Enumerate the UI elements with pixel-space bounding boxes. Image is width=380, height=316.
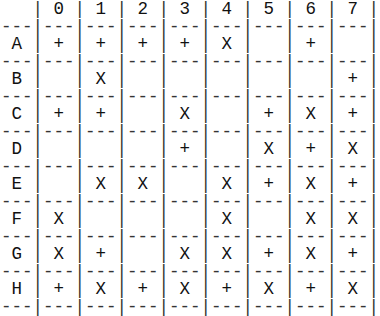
grid-cell: + bbox=[43, 36, 75, 54]
grid-bar: | bbox=[159, 141, 170, 159]
grid-bar: | bbox=[327, 36, 338, 54]
grid-bar: | bbox=[75, 176, 86, 194]
grid-bar: | bbox=[327, 176, 338, 194]
grid-cell: + bbox=[253, 246, 285, 264]
grid-bar: | bbox=[369, 176, 380, 194]
grid-bar: | bbox=[285, 106, 296, 124]
grid-cell: X bbox=[295, 211, 327, 229]
separator-dash: --- bbox=[127, 54, 159, 72]
grid-cell: + bbox=[253, 106, 285, 124]
separator-dash: --- bbox=[1, 299, 33, 316]
grid-bar: | bbox=[327, 141, 338, 159]
separator-dash: --- bbox=[253, 299, 285, 316]
separator-dash: --- bbox=[85, 299, 117, 316]
grid-cell: X bbox=[169, 246, 201, 264]
grid-cell bbox=[127, 141, 159, 159]
grid-cell bbox=[211, 141, 243, 159]
column-header: 6 bbox=[295, 1, 327, 19]
grid-bar: | bbox=[243, 246, 254, 264]
grid-cell: X bbox=[43, 246, 75, 264]
grid-bar: | bbox=[75, 211, 86, 229]
grid-cell: + bbox=[85, 36, 117, 54]
separator-dash: --- bbox=[337, 299, 369, 316]
row-line: E||X|X||X|+|X|+| bbox=[1, 176, 380, 194]
grid-cell: X bbox=[211, 246, 243, 264]
grid-cell bbox=[337, 36, 369, 54]
grid-bar: | bbox=[243, 299, 254, 316]
grid-bar: | bbox=[243, 211, 254, 229]
grid-bar: | bbox=[33, 141, 44, 159]
row-line: C|+|+||X||+|X|+| bbox=[1, 106, 380, 124]
grid-bar: | bbox=[285, 176, 296, 194]
grid-bar: | bbox=[117, 176, 128, 194]
separator-dash: --- bbox=[295, 299, 327, 316]
separator-line: ---|---|---|---|---|---|---|---|---| bbox=[1, 54, 380, 72]
grid-bar: | bbox=[117, 211, 128, 229]
grid-cell bbox=[169, 211, 201, 229]
grid-cell: + bbox=[337, 71, 369, 89]
grid-cell: X bbox=[43, 211, 75, 229]
grid-cell: X bbox=[169, 106, 201, 124]
grid-bar: | bbox=[243, 106, 254, 124]
separator-dash: --- bbox=[43, 54, 75, 72]
grid-cell: X bbox=[295, 246, 327, 264]
grid-cell: + bbox=[337, 176, 369, 194]
grid-cell: X bbox=[85, 281, 117, 299]
grid-bar: | bbox=[285, 1, 296, 19]
grid-bar: | bbox=[327, 246, 338, 264]
column-header: 3 bbox=[169, 1, 201, 19]
grid-bar: | bbox=[75, 246, 86, 264]
grid-cell: + bbox=[295, 36, 327, 54]
separator-dash: --- bbox=[127, 299, 159, 316]
grid-bar: | bbox=[243, 141, 254, 159]
grid-cell: + bbox=[43, 106, 75, 124]
grid-cell: X bbox=[211, 211, 243, 229]
grid-bar: | bbox=[33, 1, 44, 19]
grid-bar: | bbox=[369, 71, 380, 89]
separator-dash: --- bbox=[169, 159, 201, 177]
separator-dash: --- bbox=[127, 124, 159, 142]
grid-bar: | bbox=[33, 106, 44, 124]
grid-bar: | bbox=[285, 36, 296, 54]
grid-cell bbox=[43, 71, 75, 89]
row-header: A bbox=[1, 36, 33, 54]
separator-dash: --- bbox=[85, 124, 117, 142]
separator-dash: --- bbox=[253, 19, 285, 37]
grid-bar: | bbox=[159, 246, 170, 264]
separator-dash: --- bbox=[337, 19, 369, 37]
grid-bar: | bbox=[327, 106, 338, 124]
grid-cell: + bbox=[169, 141, 201, 159]
grid-cell: + bbox=[211, 281, 243, 299]
column-header: 2 bbox=[127, 1, 159, 19]
grid-bar: | bbox=[159, 71, 170, 89]
ascii-table: |0|1|2|3|4|5|6|7|---|---|---|---|---|---… bbox=[0, 0, 380, 316]
row-header: E bbox=[1, 176, 33, 194]
row-header: F bbox=[1, 211, 33, 229]
row-header: B bbox=[1, 71, 33, 89]
grid-cell bbox=[169, 71, 201, 89]
grid-bar: | bbox=[285, 281, 296, 299]
grid-cell: + bbox=[295, 281, 327, 299]
row-line: A|+|+|+|+|X||+|| bbox=[1, 36, 380, 54]
grid-cell: X bbox=[253, 141, 285, 159]
grid-bar: | bbox=[33, 299, 44, 316]
grid-bar: | bbox=[201, 281, 212, 299]
grid-bar: | bbox=[327, 1, 338, 19]
grid-cell bbox=[85, 141, 117, 159]
corner-cell bbox=[1, 1, 33, 19]
grid-bar: | bbox=[75, 36, 86, 54]
grid-bar: | bbox=[33, 71, 44, 89]
grid-bar: | bbox=[33, 246, 44, 264]
grid-bar: | bbox=[285, 246, 296, 264]
grid-bar: | bbox=[117, 299, 128, 316]
row-line: F|X||||X||X|X| bbox=[1, 211, 380, 229]
grid-bar: | bbox=[201, 299, 212, 316]
column-header: 4 bbox=[211, 1, 243, 19]
grid-cell bbox=[295, 71, 327, 89]
grid-bar: | bbox=[75, 281, 86, 299]
separator-dash: --- bbox=[211, 299, 243, 316]
grid-bar: | bbox=[285, 211, 296, 229]
grid-bar: | bbox=[33, 176, 44, 194]
grid-bar: | bbox=[285, 299, 296, 316]
separator-dash: --- bbox=[85, 194, 117, 212]
grid-bar: | bbox=[243, 71, 254, 89]
separator-dash: --- bbox=[43, 299, 75, 316]
grid-bar: | bbox=[117, 281, 128, 299]
separator-dash: --- bbox=[253, 194, 285, 212]
grid-bar: | bbox=[369, 211, 380, 229]
grid-bar: | bbox=[117, 246, 128, 264]
grid-bar: | bbox=[75, 299, 86, 316]
grid-cell bbox=[127, 71, 159, 89]
separator-dash: --- bbox=[211, 89, 243, 107]
grid-bar: | bbox=[159, 106, 170, 124]
grid-bar: | bbox=[75, 106, 86, 124]
grid-bar: | bbox=[33, 36, 44, 54]
separator-line: ---|---|---|---|---|---|---|---|---| bbox=[1, 124, 380, 142]
grid-cell: + bbox=[169, 36, 201, 54]
grid-cell: + bbox=[253, 176, 285, 194]
row-header: C bbox=[1, 106, 33, 124]
separator-dash: --- bbox=[253, 54, 285, 72]
grid-bar: | bbox=[369, 246, 380, 264]
row-line: D||||+||X|+|X| bbox=[1, 141, 380, 159]
separator-line: ---|---|---|---|---|---|---|---|---| bbox=[1, 159, 380, 177]
separator-dash: --- bbox=[169, 299, 201, 316]
grid-bar: | bbox=[117, 141, 128, 159]
grid-bar: | bbox=[117, 71, 128, 89]
grid-cell bbox=[253, 71, 285, 89]
grid-cell: X bbox=[169, 281, 201, 299]
grid-cell bbox=[211, 106, 243, 124]
grid-bar: | bbox=[285, 71, 296, 89]
grid-cell: + bbox=[337, 246, 369, 264]
grid-cell: X bbox=[211, 36, 243, 54]
grid-bar: | bbox=[285, 141, 296, 159]
grid-bar: | bbox=[159, 176, 170, 194]
grid-bar: | bbox=[327, 71, 338, 89]
grid-cell: X bbox=[337, 281, 369, 299]
separator-dash: --- bbox=[43, 124, 75, 142]
grid-bar: | bbox=[201, 176, 212, 194]
row-line: H|+|X|+|X|+|X|+|X| bbox=[1, 281, 380, 299]
grid-bar: | bbox=[201, 106, 212, 124]
row-line: G|X|+||X|X|+|X|+| bbox=[1, 246, 380, 264]
grid-bar: | bbox=[201, 246, 212, 264]
grid-bar: | bbox=[369, 141, 380, 159]
separator-dash: --- bbox=[169, 194, 201, 212]
grid-bar: | bbox=[243, 176, 254, 194]
grid-cell: + bbox=[85, 106, 117, 124]
grid-bar: | bbox=[201, 211, 212, 229]
grid-bar: | bbox=[201, 1, 212, 19]
grid-cell: + bbox=[127, 281, 159, 299]
grid-cell bbox=[85, 211, 117, 229]
grid-bar: | bbox=[159, 36, 170, 54]
row-line: B||X||||||+| bbox=[1, 71, 380, 89]
grid-bar: | bbox=[117, 1, 128, 19]
grid-cell bbox=[253, 36, 285, 54]
column-header: 7 bbox=[337, 1, 369, 19]
grid-bar: | bbox=[159, 281, 170, 299]
grid-cell bbox=[211, 71, 243, 89]
grid-cell bbox=[127, 211, 159, 229]
grid-bar: | bbox=[33, 281, 44, 299]
grid-cell: + bbox=[43, 281, 75, 299]
row-header: H bbox=[1, 281, 33, 299]
grid-bar: | bbox=[33, 211, 44, 229]
grid-cell: + bbox=[85, 246, 117, 264]
grid-bar: | bbox=[201, 141, 212, 159]
grid-cell bbox=[43, 141, 75, 159]
grid-cell: X bbox=[211, 176, 243, 194]
grid-cell: X bbox=[127, 176, 159, 194]
grid-bar: | bbox=[369, 1, 380, 19]
separator-dash: --- bbox=[127, 194, 159, 212]
grid-bar: | bbox=[117, 36, 128, 54]
grid-bar: | bbox=[369, 299, 380, 316]
grid-bar: | bbox=[369, 106, 380, 124]
grid-cell: X bbox=[337, 211, 369, 229]
grid-cell: X bbox=[295, 106, 327, 124]
grid-bar: | bbox=[75, 141, 86, 159]
grid-bar: | bbox=[369, 281, 380, 299]
row-header: G bbox=[1, 246, 33, 264]
grid-bar: | bbox=[117, 106, 128, 124]
separator-line: ---|---|---|---|---|---|---|---|---| bbox=[1, 299, 380, 316]
column-header: 1 bbox=[85, 1, 117, 19]
grid-bar: | bbox=[243, 281, 254, 299]
grid-cell: X bbox=[337, 141, 369, 159]
header-line: |0|1|2|3|4|5|6|7| bbox=[1, 1, 380, 19]
separator-dash: --- bbox=[211, 54, 243, 72]
grid-bar: | bbox=[159, 299, 170, 316]
separator-dash: --- bbox=[169, 54, 201, 72]
grid-cell: X bbox=[85, 176, 117, 194]
grid-cell bbox=[169, 176, 201, 194]
grid-bar: | bbox=[369, 36, 380, 54]
grid-cell: X bbox=[253, 281, 285, 299]
grid-bar: | bbox=[201, 36, 212, 54]
grid-bar: | bbox=[75, 71, 86, 89]
separator-dash: --- bbox=[43, 159, 75, 177]
grid-bar: | bbox=[75, 1, 86, 19]
grid-cell: + bbox=[127, 36, 159, 54]
grid-bar: | bbox=[201, 71, 212, 89]
separator-dash: --- bbox=[127, 229, 159, 247]
grid-bar: | bbox=[159, 1, 170, 19]
grid-bar: | bbox=[159, 211, 170, 229]
grid-cell bbox=[127, 246, 159, 264]
separator-dash: --- bbox=[127, 89, 159, 107]
grid-bar: | bbox=[327, 211, 338, 229]
grid-cell: X bbox=[295, 176, 327, 194]
grid-cell bbox=[127, 106, 159, 124]
separator-dash: --- bbox=[295, 54, 327, 72]
grid-cell: + bbox=[337, 106, 369, 124]
column-header: 0 bbox=[43, 1, 75, 19]
separator-dash: --- bbox=[211, 124, 243, 142]
grid-bar: | bbox=[327, 281, 338, 299]
grid-bar: | bbox=[243, 1, 254, 19]
grid-cell: X bbox=[85, 71, 117, 89]
column-header: 5 bbox=[253, 1, 285, 19]
grid-bar: | bbox=[327, 299, 338, 316]
grid-bar: | bbox=[243, 36, 254, 54]
grid-cell bbox=[253, 211, 285, 229]
row-header: D bbox=[1, 141, 33, 159]
grid-cell: + bbox=[295, 141, 327, 159]
grid-cell bbox=[43, 176, 75, 194]
